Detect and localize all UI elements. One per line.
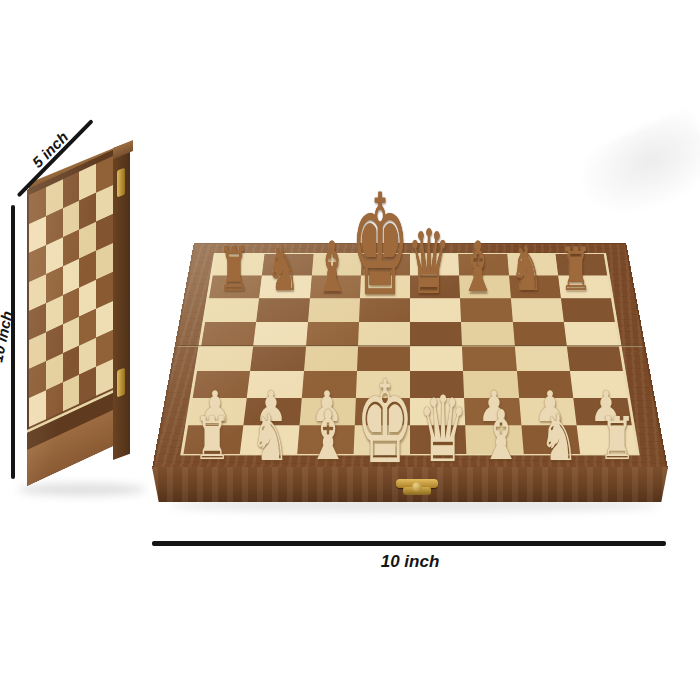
board-square <box>558 276 611 299</box>
board-square <box>183 425 243 454</box>
board-square <box>357 346 410 371</box>
board-square <box>259 276 311 299</box>
board-square <box>410 425 467 454</box>
board-square <box>304 346 358 371</box>
board-square <box>512 322 566 346</box>
board-square <box>306 322 359 346</box>
board-square <box>188 398 247 425</box>
board-square <box>519 398 577 425</box>
board-square <box>507 254 558 276</box>
board-square <box>410 371 464 397</box>
board-square <box>410 322 462 346</box>
board-square <box>410 254 459 276</box>
board-square <box>209 276 262 299</box>
board-square <box>514 346 569 371</box>
board-square <box>299 398 356 425</box>
brass-hinge-icon <box>117 368 125 398</box>
board-front-edge <box>152 467 668 502</box>
product-photo-scene: ♜♞♝♚♛♝♞♜♟♟♟♟♟♟♜♞♝♚♛♝♞♜ 5 inch 10 inch 10… <box>0 0 700 700</box>
board-square <box>462 346 516 371</box>
board-square <box>297 425 355 454</box>
board-square <box>576 425 636 454</box>
board-square <box>410 298 461 321</box>
box-front-face <box>27 150 113 486</box>
board-surface <box>152 243 668 469</box>
board-square <box>353 425 410 454</box>
board-square <box>240 425 299 454</box>
board-grid <box>180 253 640 456</box>
board-square <box>244 398 302 425</box>
board-square <box>197 346 253 371</box>
board-square <box>355 398 410 425</box>
board-square <box>250 346 305 371</box>
clasp-knob <box>412 482 422 492</box>
board-square <box>567 346 623 371</box>
brass-clasp-icon <box>396 478 438 498</box>
board-square <box>458 254 508 276</box>
board-square <box>461 322 514 346</box>
board-square <box>253 322 307 346</box>
board-square <box>201 322 256 346</box>
board-square <box>359 298 410 321</box>
board-square <box>361 254 410 276</box>
board-square <box>308 298 360 321</box>
board-square <box>509 276 561 299</box>
board-square <box>459 276 510 299</box>
background-smudge <box>561 106 700 241</box>
board-square <box>564 322 619 346</box>
dimension-line-box-height <box>11 205 15 479</box>
board-square <box>561 298 615 321</box>
board-square <box>555 254 607 276</box>
board-square <box>570 371 628 397</box>
open-chessboard <box>152 243 668 469</box>
board-square <box>573 398 632 425</box>
box-floor-shadow <box>18 483 146 496</box>
board-square <box>256 298 309 321</box>
dimension-line-board-width <box>152 541 666 546</box>
board-square <box>301 371 356 397</box>
board-square <box>358 322 410 346</box>
board-square <box>463 371 518 397</box>
dimension-label-board-width: 10 inch <box>330 552 490 572</box>
board-square <box>410 276 460 299</box>
board-fold-seam <box>177 345 642 347</box>
brass-hinge-icon <box>117 168 125 198</box>
board-square <box>410 398 465 425</box>
board-square <box>311 254 361 276</box>
box-sheen <box>27 150 113 486</box>
board-square <box>465 425 523 454</box>
board-square <box>205 298 259 321</box>
board-square <box>360 276 410 299</box>
board-square <box>356 371 410 397</box>
box-hinge-spine <box>113 142 130 460</box>
board-square <box>247 371 303 397</box>
board-square <box>262 254 313 276</box>
board-square <box>460 298 512 321</box>
board-square <box>410 346 463 371</box>
board-square <box>310 276 361 299</box>
board-square <box>193 371 251 397</box>
board-3d <box>152 243 668 469</box>
board-square <box>516 371 572 397</box>
board-square <box>213 254 265 276</box>
board-square <box>521 425 580 454</box>
board-square <box>510 298 563 321</box>
board-square <box>464 398 521 425</box>
